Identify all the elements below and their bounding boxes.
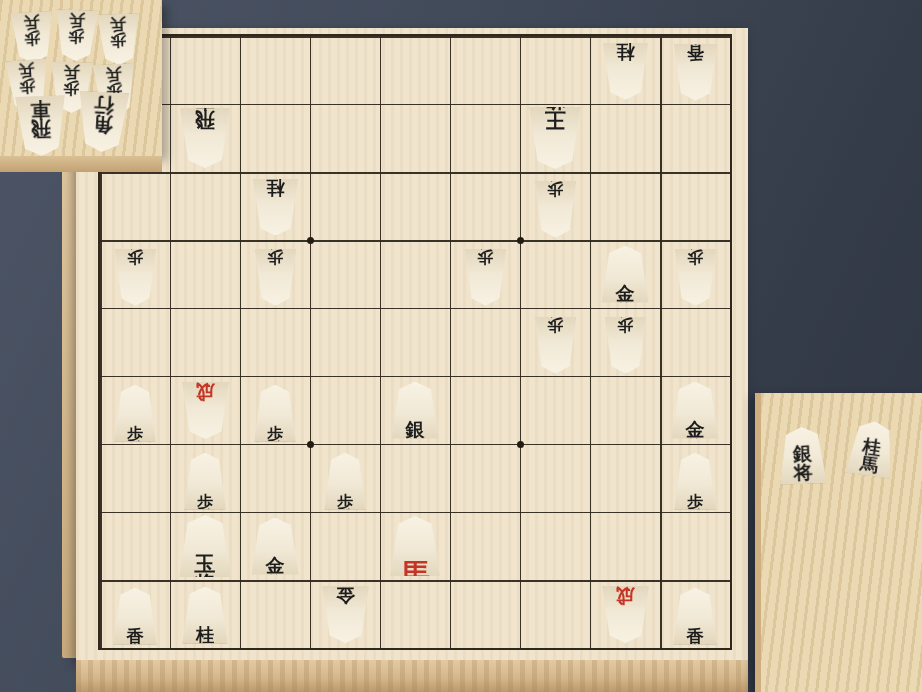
piece-kanji: 将 (406, 438, 425, 457)
star-point (517, 441, 524, 448)
piece-kanji: 兵 (687, 233, 703, 249)
piece-kanji: 将 (545, 89, 566, 110)
piece-kanji: 玉 (195, 554, 216, 575)
piece-kanji: 車 (687, 27, 704, 44)
piece-kanji: 歩 (687, 249, 703, 265)
piece-kanji: 将 (793, 463, 813, 482)
piece-kanji: 将 (266, 574, 285, 593)
piece-kanji: 銀 (196, 363, 215, 382)
piece-kanji: 馬 (400, 560, 430, 589)
gote-rook-piece[interactable]: 飛車 (13, 95, 69, 157)
piece-kanji: 兵 (18, 62, 35, 79)
sente-pawn-piece[interactable]: 歩兵 (323, 453, 368, 510)
sente-silver-piece[interactable]: 銀将 (390, 382, 441, 439)
gote-pawn-piece[interactable]: 歩兵 (673, 249, 718, 306)
sente-gold-piece[interactable]: 金将 (250, 518, 301, 575)
piece-kanji: 歩 (110, 32, 127, 48)
piece-kanji: 王 (545, 110, 566, 131)
piece-kanji: 馬 (616, 25, 634, 43)
gote-gold-piece[interactable]: 金将 (320, 586, 371, 643)
piece-kanji: 兵 (337, 509, 353, 525)
piece-kanji: 香 (687, 44, 704, 61)
star-point (517, 237, 524, 244)
gote-pawn-piece[interactable]: 歩兵 (113, 249, 158, 306)
gote-pawn-piece[interactable]: 歩兵 (463, 249, 508, 306)
piece-kanji: 将 (336, 567, 355, 586)
gote-stand-front-edge (0, 156, 162, 172)
sente-pawn-piece[interactable]: 歩兵 (183, 453, 228, 510)
gote-pawn-piece[interactable]: 歩兵 (53, 9, 100, 62)
gote-piece-stand: 歩兵歩兵歩兵歩兵歩兵歩兵飛車角行 (0, 0, 162, 156)
piece-kanji: 兵 (477, 233, 493, 249)
piece-kanji: 兵 (617, 301, 633, 317)
piece-kanji: 成 (616, 586, 635, 605)
piece-kanji: 車 (30, 99, 51, 119)
sente-knight-piece[interactable]: 桂馬 (843, 418, 899, 479)
star-point (307, 237, 314, 244)
sente-silver-piece[interactable]: 銀将 (776, 426, 829, 485)
piece-kanji: 車 (127, 644, 144, 661)
piece-kanji: 歩 (547, 317, 563, 333)
board-left-edge (62, 150, 77, 658)
piece-kanji: 行 (93, 95, 114, 116)
gote-king-piece[interactable]: 王将 (527, 107, 583, 169)
piece-kanji: 兵 (127, 233, 143, 249)
piece-kanji: 歩 (477, 249, 493, 265)
shogi-board[interactable]: 香車桂馬香車飛車王将桂馬歩兵歩兵歩兵歩兵金将歩兵歩兵歩兵歩兵成銀歩兵銀将金将歩兵… (76, 28, 748, 660)
piece-kanji: 歩 (267, 249, 283, 265)
piece-kanji: 兵 (110, 16, 127, 32)
piece-kanji: 歩 (68, 28, 85, 44)
gote-pawn-piece[interactable]: 歩兵 (253, 249, 298, 306)
gote-promoted-silver-piece[interactable]: 成銀 (180, 382, 231, 439)
piece-kanji: 兵 (127, 441, 143, 457)
piece-kanji: 車 (687, 644, 704, 661)
piece-kanji: 馬 (196, 643, 214, 661)
piece-kanji: 兵 (69, 12, 86, 28)
piece-kanji: 歩 (63, 80, 79, 96)
piece-kanji: 兵 (105, 66, 122, 82)
gote-bishop-piece[interactable]: 角行 (74, 91, 131, 154)
piece-kanji: 成 (196, 382, 215, 401)
star-point (307, 441, 314, 448)
sente-promoted-bishop-piece[interactable]: 馬 (388, 516, 442, 576)
gote-pawn-piece[interactable]: 歩兵 (603, 317, 648, 374)
piece-kanji: 金 (336, 586, 355, 605)
piece-kanji: 歩 (617, 317, 633, 333)
piece-kanji: 兵 (687, 509, 703, 525)
sente-knight-piece[interactable]: 桂馬 (181, 587, 230, 644)
piece-kanji: 兵 (64, 64, 80, 80)
gote-knight-piece[interactable]: 桂馬 (601, 43, 650, 100)
sente-gold-piece[interactable]: 金将 (600, 246, 651, 303)
sente-piece-stand: 銀将桂馬 (755, 393, 922, 692)
piece-kanji: 馬 (266, 161, 284, 179)
gote-pawn-piece[interactable]: 歩兵 (9, 11, 57, 64)
sente-lance-piece[interactable]: 香車 (672, 588, 719, 645)
sente-pawn-piece[interactable]: 歩兵 (113, 385, 158, 442)
piece-kanji: 銀 (616, 567, 635, 586)
gote-lance-piece[interactable]: 香車 (672, 44, 719, 101)
gote-pawn-piece[interactable]: 歩兵 (95, 13, 142, 66)
sente-king-piece[interactable]: 玉将 (177, 515, 233, 577)
board-front-edge (76, 660, 748, 692)
piece-kanji: 兵 (23, 14, 40, 30)
gote-pawn-piece[interactable]: 歩兵 (533, 181, 578, 238)
piece-kanji: 歩 (127, 249, 143, 265)
desk-background: 香車桂馬香車飛車王将桂馬歩兵歩兵歩兵歩兵金将歩兵歩兵歩兵歩兵成銀歩兵銀将金将歩兵… (0, 0, 922, 692)
sente-pawn-piece[interactable]: 歩兵 (673, 453, 718, 510)
gote-rook-piece[interactable]: 飛車 (178, 108, 232, 168)
piece-kanji: 馬 (859, 455, 879, 475)
board-grid[interactable]: 香車桂馬香車飛車王将桂馬歩兵歩兵歩兵歩兵金将歩兵歩兵歩兵歩兵成銀歩兵銀将金将歩兵… (98, 34, 732, 650)
piece-kanji: 桂 (266, 179, 284, 197)
sente-gold-piece[interactable]: 金将 (670, 382, 721, 439)
piece-kanji: 歩 (547, 181, 563, 197)
piece-kanji: 車 (195, 90, 215, 110)
piece-kanji: 兵 (267, 441, 283, 457)
gote-promoted-silver-piece[interactable]: 成銀 (600, 586, 651, 643)
sente-pawn-piece[interactable]: 歩兵 (253, 385, 298, 442)
piece-kanji: 兵 (547, 301, 563, 317)
piece-kanji: 桂 (616, 43, 634, 61)
sente-lance-piece[interactable]: 香車 (112, 588, 159, 645)
gote-pawn-piece[interactable]: 歩兵 (533, 317, 578, 374)
gote-knight-piece[interactable]: 桂馬 (251, 179, 300, 236)
